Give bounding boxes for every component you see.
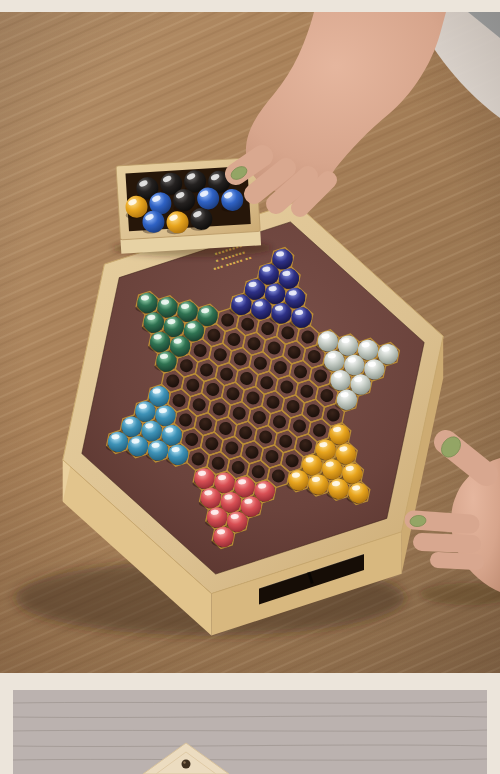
photo-scene: ▪▪▪▪▪▪▪▪ ▪ ▪▪▪▪▪▪▪ ▪▪▪ ▪▪▪▪▪ ▪▪ bbox=[0, 0, 500, 774]
product-photo-chinese-checkers: ▪▪▪▪▪▪▪▪ ▪ ▪▪▪▪▪▪▪ ▪▪▪ ▪▪▪▪▪ ▪▪ bbox=[0, 0, 500, 774]
top-page-band bbox=[0, 0, 500, 12]
bottom-photo bbox=[13, 690, 487, 774]
box-knob bbox=[182, 760, 191, 769]
